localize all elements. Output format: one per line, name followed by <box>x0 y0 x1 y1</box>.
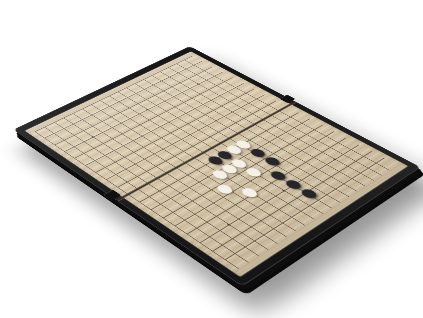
go-stone-white: ● <box>240 164 264 178</box>
go-stone-white: ● <box>236 184 261 199</box>
go-board: ●●●●●●●●●●●●●●● <box>13 46 421 286</box>
board-frame: ●●●●●●●●●●●●●●● <box>13 46 421 286</box>
go-stone-black: ● <box>295 185 320 200</box>
go-stone-white: ● <box>211 181 236 196</box>
board-surface: ●●●●●●●●●●●●●●● <box>25 52 408 277</box>
go-stone-black: ● <box>259 154 283 168</box>
stones-layer: ●●●●●●●●●●●●●●● <box>25 52 408 277</box>
product-photo-scene: ●●●●●●●●●●●●●●● <box>0 0 423 318</box>
